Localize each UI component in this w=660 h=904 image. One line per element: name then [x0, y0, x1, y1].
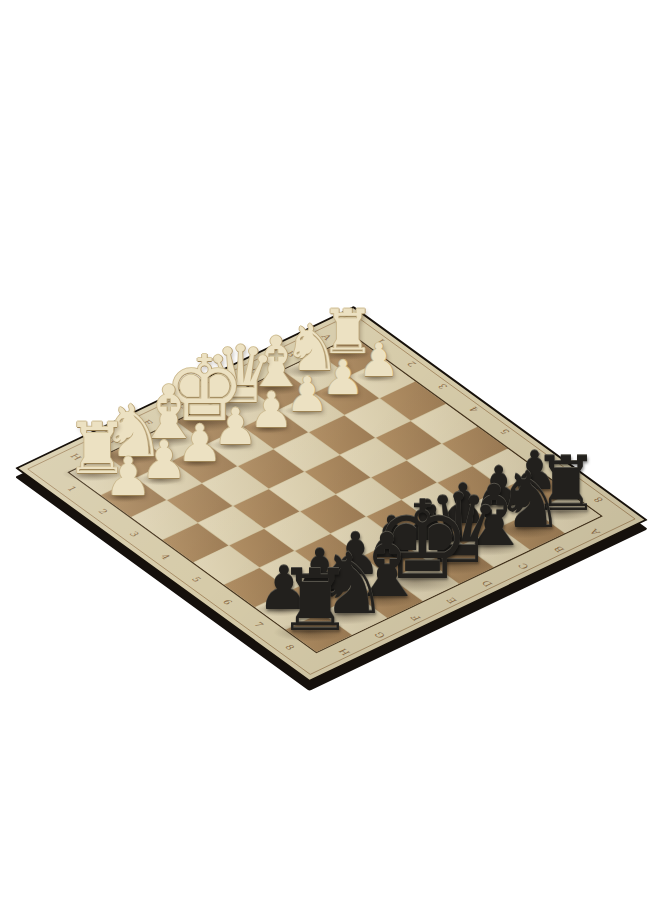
pieces-layer: ♜♞♟♝♟♛♟♚♟♝♟♞♟♜♟♟♟♟♜♟♞♟♝♟♛♟♚♟♝♟♞♜ — [0, 0, 660, 904]
product-photo: 12345678 12345678 HGFEDCBA HGFEDCBA ♜♞♟♝… — [0, 0, 660, 904]
piece-white-pawn-h2[interactable]: ♟ — [105, 451, 153, 504]
piece-black-rook-h8[interactable]: ♜ — [277, 558, 353, 643]
piece-white-pawn-a2[interactable]: ♟ — [358, 337, 399, 383]
